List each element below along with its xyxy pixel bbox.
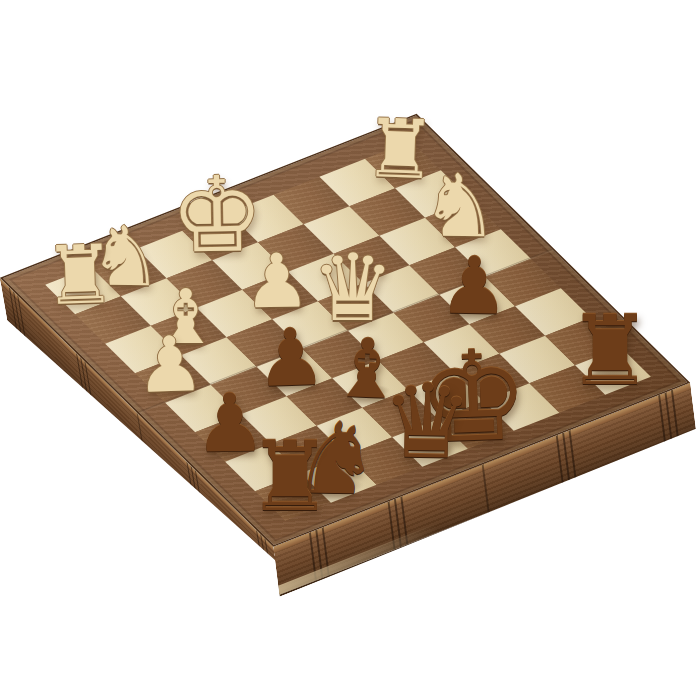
piece-black-pawn[interactable]: ♟ [438,246,510,326]
corner-groove [569,430,577,479]
corner-groove [400,496,408,545]
scene: ♜♞♚♜♝♟♞♟♛♟♟♟♝♜♞♛♚♜ [0,0,700,700]
piece-black-rook[interactable]: ♜ [247,429,333,525]
hinge-seam [482,464,490,513]
corner-groove [671,389,679,438]
piece-white-knight[interactable]: ♞ [420,163,499,251]
piece-white-rook[interactable]: ♜ [42,234,117,317]
corner-groove [322,527,330,576]
piece-black-queen[interactable]: ♛ [380,370,474,474]
piece-white-pawn[interactable]: ♟ [243,244,311,320]
piece-black-pawn[interactable]: ♟ [255,318,328,399]
piece-black-rook[interactable]: ♜ [567,303,653,399]
